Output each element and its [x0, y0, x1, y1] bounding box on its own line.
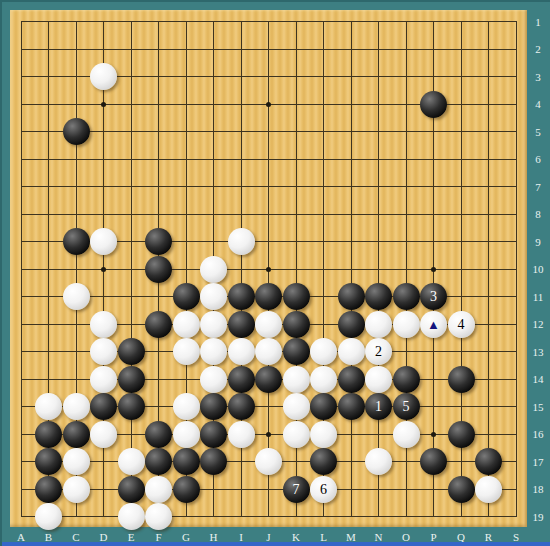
- stone-H17[interactable]: [200, 448, 227, 475]
- stone-G12[interactable]: [173, 311, 200, 338]
- star-point: [431, 432, 436, 437]
- stone-O16[interactable]: [393, 421, 420, 448]
- grid-line-vertical: [378, 21, 379, 517]
- stone-E18[interactable]: [118, 476, 145, 503]
- stone-D3[interactable]: [90, 63, 117, 90]
- stone-F16[interactable]: [145, 421, 172, 448]
- stone-M12[interactable]: [338, 311, 365, 338]
- stone-P12[interactable]: ▲: [420, 311, 447, 338]
- stone-L18-move-6[interactable]: 6: [310, 476, 337, 503]
- stone-L13[interactable]: [310, 338, 337, 365]
- stone-I15[interactable]: [228, 393, 255, 420]
- row-label-6: 6: [526, 152, 550, 166]
- stone-O11[interactable]: [393, 283, 420, 310]
- grid-line-vertical: [488, 21, 489, 517]
- stone-Q12-move-4[interactable]: 4: [448, 311, 475, 338]
- stone-C18[interactable]: [63, 476, 90, 503]
- star-point: [431, 267, 436, 272]
- stone-J13[interactable]: [255, 338, 282, 365]
- stone-C16[interactable]: [63, 421, 90, 448]
- stone-G15[interactable]: [173, 393, 200, 420]
- stone-N13-move-2[interactable]: 2: [365, 338, 392, 365]
- stone-Q14[interactable]: [448, 366, 475, 393]
- stone-K16[interactable]: [283, 421, 310, 448]
- stone-R18[interactable]: [475, 476, 502, 503]
- stone-N11[interactable]: [365, 283, 392, 310]
- stone-J14[interactable]: [255, 366, 282, 393]
- stone-G17[interactable]: [173, 448, 200, 475]
- stone-O15-move-5[interactable]: 5: [393, 393, 420, 420]
- star-point: [266, 102, 271, 107]
- row-label-7: 7: [526, 180, 550, 194]
- row-label-5: 5: [526, 125, 550, 139]
- row-label-14: 14: [526, 372, 550, 386]
- stone-D13[interactable]: [90, 338, 117, 365]
- stone-C5[interactable]: [63, 118, 90, 145]
- go-app-window: 3▲421576 12345678910111213141516171819 A…: [0, 0, 550, 546]
- row-label-17: 17: [526, 455, 550, 469]
- stone-J11[interactable]: [255, 283, 282, 310]
- stone-B16[interactable]: [35, 421, 62, 448]
- window-bottom-edge: [2, 542, 550, 546]
- stone-I12[interactable]: [228, 311, 255, 338]
- stone-H12[interactable]: [200, 311, 227, 338]
- stone-C9[interactable]: [63, 228, 90, 255]
- star-point: [266, 267, 271, 272]
- row-label-15: 15: [526, 400, 550, 414]
- stone-I14[interactable]: [228, 366, 255, 393]
- stone-Q18[interactable]: [448, 476, 475, 503]
- row-label-2: 2: [526, 42, 550, 56]
- stone-H16[interactable]: [200, 421, 227, 448]
- row-label-12: 12: [526, 317, 550, 331]
- stone-N12[interactable]: [365, 311, 392, 338]
- stone-H14[interactable]: [200, 366, 227, 393]
- stone-P17[interactable]: [420, 448, 447, 475]
- stone-K18-move-7[interactable]: 7: [283, 476, 310, 503]
- stone-H10[interactable]: [200, 256, 227, 283]
- stone-O12[interactable]: [393, 311, 420, 338]
- stone-Q16[interactable]: [448, 421, 475, 448]
- stone-F18[interactable]: [145, 476, 172, 503]
- row-label-4: 4: [526, 97, 550, 111]
- row-label-3: 3: [526, 70, 550, 84]
- stone-K14[interactable]: [283, 366, 310, 393]
- stone-B15[interactable]: [35, 393, 62, 420]
- stone-C15[interactable]: [63, 393, 90, 420]
- stone-H15[interactable]: [200, 393, 227, 420]
- grid-line-horizontal: [21, 516, 517, 517]
- stone-F12[interactable]: [145, 311, 172, 338]
- star-point: [101, 267, 106, 272]
- stone-B17[interactable]: [35, 448, 62, 475]
- stone-G18[interactable]: [173, 476, 200, 503]
- stone-E19[interactable]: [118, 503, 145, 530]
- stone-J17[interactable]: [255, 448, 282, 475]
- stone-I11[interactable]: [228, 283, 255, 310]
- row-label-8: 8: [526, 207, 550, 221]
- stone-C17[interactable]: [63, 448, 90, 475]
- stone-F19[interactable]: [145, 503, 172, 530]
- stone-B18[interactable]: [35, 476, 62, 503]
- stone-I16[interactable]: [228, 421, 255, 448]
- stone-O14[interactable]: [393, 366, 420, 393]
- stone-P4[interactable]: [420, 91, 447, 118]
- stone-D9[interactable]: [90, 228, 117, 255]
- triangle-marker-icon: ▲: [427, 311, 440, 338]
- row-label-10: 10: [526, 262, 550, 276]
- stone-G16[interactable]: [173, 421, 200, 448]
- stone-M13[interactable]: [338, 338, 365, 365]
- stone-J12[interactable]: [255, 311, 282, 338]
- stone-R17[interactable]: [475, 448, 502, 475]
- stone-D16[interactable]: [90, 421, 117, 448]
- goban-board[interactable]: 3▲421576: [10, 10, 527, 527]
- stone-M11[interactable]: [338, 283, 365, 310]
- stone-D15[interactable]: [90, 393, 117, 420]
- stone-F10[interactable]: [145, 256, 172, 283]
- stone-F17[interactable]: [145, 448, 172, 475]
- stone-D12[interactable]: [90, 311, 117, 338]
- stone-F9[interactable]: [145, 228, 172, 255]
- stone-G13[interactable]: [173, 338, 200, 365]
- stone-L17[interactable]: [310, 448, 337, 475]
- stone-E14[interactable]: [118, 366, 145, 393]
- stone-G11[interactable]: [173, 283, 200, 310]
- stone-K12[interactable]: [283, 311, 310, 338]
- stone-E13[interactable]: [118, 338, 145, 365]
- stone-L15[interactable]: [310, 393, 337, 420]
- stone-C11[interactable]: [63, 283, 90, 310]
- stone-H13[interactable]: [200, 338, 227, 365]
- stone-N15-move-1[interactable]: 1: [365, 393, 392, 420]
- row-label-13: 13: [526, 345, 550, 359]
- star-point: [266, 432, 271, 437]
- stone-E17[interactable]: [118, 448, 145, 475]
- stone-D14[interactable]: [90, 366, 117, 393]
- grid-line-horizontal: [21, 489, 517, 490]
- grid-line-vertical: [516, 21, 517, 517]
- row-label-9: 9: [526, 235, 550, 249]
- row-label-16: 16: [526, 427, 550, 441]
- stone-N17[interactable]: [365, 448, 392, 475]
- star-point: [101, 102, 106, 107]
- stone-P11-move-3[interactable]: 3: [420, 283, 447, 310]
- row-label-18: 18: [526, 482, 550, 496]
- grid-line-vertical: [351, 21, 352, 517]
- stone-L14[interactable]: [310, 366, 337, 393]
- row-label-1: 1: [526, 15, 550, 29]
- stone-B19[interactable]: [35, 503, 62, 530]
- row-label-19: 19: [526, 510, 550, 524]
- stone-K13[interactable]: [283, 338, 310, 365]
- stone-M15[interactable]: [338, 393, 365, 420]
- stone-I9[interactable]: [228, 228, 255, 255]
- stone-I13[interactable]: [228, 338, 255, 365]
- stone-M14[interactable]: [338, 366, 365, 393]
- stone-K15[interactable]: [283, 393, 310, 420]
- stone-N14[interactable]: [365, 366, 392, 393]
- row-label-11: 11: [526, 290, 550, 304]
- stone-E15[interactable]: [118, 393, 145, 420]
- stone-L16[interactable]: [310, 421, 337, 448]
- stone-H11[interactable]: [200, 283, 227, 310]
- stone-K11[interactable]: [283, 283, 310, 310]
